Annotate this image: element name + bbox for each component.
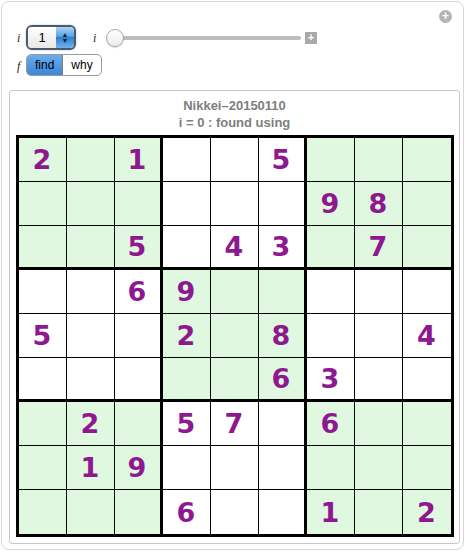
sudoku-cell-r4c6 [259,270,307,314]
puzzle-display-panel: Nikkei–20150110 i = 0 : found using 2159… [9,90,460,544]
sudoku-cell-r9c6 [259,490,307,534]
sudoku-cell-r5c8 [355,314,403,358]
popup-label: i [17,31,20,46]
sudoku-cell-r2c5 [211,182,259,226]
sudoku-cell-r9c5 [211,490,259,534]
sudoku-cell-r6c5 [211,358,259,402]
sudoku-cell-r9c2 [67,490,115,534]
sudoku-cell-r2c6 [259,182,307,226]
sudoku-cell-r7c2: 2 [67,402,115,446]
sudoku-cell-r2c9 [403,182,451,226]
sudoku-cell-r1c5 [211,138,259,182]
sudoku-cell-r9c7: 1 [307,490,355,534]
sudoku-cell-r8c5 [211,446,259,490]
sudoku-cell-r7c4: 5 [163,402,211,446]
sudoku-cell-r3c1 [19,226,67,270]
sudoku-cell-r6c7: 3 [307,358,355,402]
sudoku-cell-r5c1: 5 [19,314,67,358]
sudoku-cell-r2c1 [19,182,67,226]
sudoku-cell-r6c9 [403,358,451,402]
sudoku-cell-r5c9: 4 [403,314,451,358]
stepper-down-icon[interactable]: ▼ [62,38,69,44]
sudoku-cell-r7c1 [19,402,67,446]
sudoku-cell-r4c4: 9 [163,270,211,314]
sudoku-cell-r1c2 [67,138,115,182]
index-popup-stepper[interactable]: 1 ▲ ▼ [26,25,76,50]
controls-area: i 1 ▲ ▼ i + + f find why [2,2,463,88]
sudoku-cell-r2c3 [115,182,163,226]
puzzle-subtitle: i = 0 : found using [10,115,459,130]
puzzle-title: Nikkei–20150110 [10,98,459,113]
sudoku-cell-r6c8 [355,358,403,402]
sudoku-cell-r6c3 [115,358,163,402]
sudoku-cell-r3c9 [403,226,451,270]
sudoku-cell-r4c5 [211,270,259,314]
sudoku-cell-r1c6: 5 [259,138,307,182]
sudoku-cell-r8c2: 1 [67,446,115,490]
index-slider-track[interactable] [107,36,301,40]
sudoku-cell-r6c1 [19,358,67,402]
slider-label: i [93,31,96,46]
sudoku-cell-r9c8 [355,490,403,534]
sudoku-cell-r5c5 [211,314,259,358]
sudoku-cell-r5c7 [307,314,355,358]
sudoku-cell-r7c9 [403,402,451,446]
sudoku-cell-r6c6: 6 [259,358,307,402]
sudoku-cell-r2c8: 8 [355,182,403,226]
sudoku-cell-r8c7 [307,446,355,490]
sudoku-cell-r1c7 [307,138,355,182]
sudoku-cell-r7c8 [355,402,403,446]
paneling-plus-icon[interactable]: + [439,10,452,23]
sudoku-cell-r3c5: 4 [211,226,259,270]
sudoku-cell-r2c7: 9 [307,182,355,226]
sudoku-cell-r1c1: 2 [19,138,67,182]
sudoku-cell-r5c3 [115,314,163,358]
sudoku-cell-r3c8: 7 [355,226,403,270]
sudoku-cell-r8c9 [403,446,451,490]
sudoku-cell-r7c3 [115,402,163,446]
sudoku-cell-r9c4: 6 [163,490,211,534]
setter-label: f [17,59,20,74]
sudoku-board: 21598543769528463257619612 [16,135,454,537]
sudoku-cell-r8c6 [259,446,307,490]
sudoku-cell-r8c4 [163,446,211,490]
sudoku-cell-r8c8 [355,446,403,490]
stepper-arrows-icon[interactable]: ▲ ▼ [56,27,74,48]
sudoku-cell-r8c3: 9 [115,446,163,490]
sudoku-cell-r3c7 [307,226,355,270]
sudoku-cell-r2c4 [163,182,211,226]
popup-value[interactable]: 1 [28,27,56,48]
sudoku-cell-r9c3 [115,490,163,534]
sudoku-cell-r4c2 [67,270,115,314]
sudoku-cell-r6c2 [67,358,115,402]
sudoku-cell-r2c2 [67,182,115,226]
sudoku-cell-r3c6: 3 [259,226,307,270]
mode-setter-bar: find why [26,54,102,76]
sudoku-cell-r5c6: 8 [259,314,307,358]
find-button[interactable]: find [27,55,63,75]
sudoku-cell-r1c8 [355,138,403,182]
sudoku-cell-r1c9 [403,138,451,182]
sudoku-cell-r3c2 [67,226,115,270]
sudoku-cell-r4c9 [403,270,451,314]
sudoku-cell-r7c6 [259,402,307,446]
sudoku-cell-r8c1 [19,446,67,490]
sudoku-cell-r4c7 [307,270,355,314]
sudoku-cell-r9c9: 2 [403,490,451,534]
sudoku-cell-r7c5: 7 [211,402,259,446]
sudoku-cell-r1c4 [163,138,211,182]
sudoku-cell-r3c4 [163,226,211,270]
index-slider-thumb[interactable] [106,29,124,47]
sudoku-cell-r7c7: 6 [307,402,355,446]
slider-expand-icon[interactable]: + [305,32,317,44]
sudoku-cell-r5c4: 2 [163,314,211,358]
sudoku-cell-r5c2 [67,314,115,358]
sudoku-cell-r9c1 [19,490,67,534]
sudoku-cell-r4c1 [19,270,67,314]
sudoku-cell-r4c3: 6 [115,270,163,314]
sudoku-cell-r3c3: 5 [115,226,163,270]
sudoku-cell-r6c4 [163,358,211,402]
sudoku-cell-r1c3: 1 [115,138,163,182]
sudoku-cell-r4c8 [355,270,403,314]
manipulate-window: i 1 ▲ ▼ i + + f find why Nikkei–20150110… [1,1,464,550]
why-button[interactable]: why [63,55,100,75]
